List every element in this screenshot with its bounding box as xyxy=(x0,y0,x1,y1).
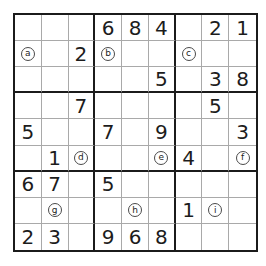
given-digit: 8 xyxy=(236,69,249,89)
cell-r4c6[interactable] xyxy=(149,93,176,119)
circled-letter-e: e xyxy=(154,151,168,165)
cell-r9c8[interactable] xyxy=(202,224,229,250)
cell-r6c3[interactable]: d xyxy=(69,146,96,172)
given-digit: 7 xyxy=(102,122,115,142)
cell-r7c5[interactable] xyxy=(122,172,149,198)
given-digit: 5 xyxy=(155,69,168,89)
cell-r3c1[interactable] xyxy=(15,67,42,93)
circled-letter-d: d xyxy=(74,151,88,165)
cell-r8c6[interactable] xyxy=(149,198,176,224)
page: 68421a2bc5387557931de4f675gh1i23968 xyxy=(0,0,266,266)
given-digit: 3 xyxy=(236,122,249,142)
cell-r6c6[interactable]: e xyxy=(149,146,176,172)
given-digit: 6 xyxy=(22,174,35,194)
cell-r7c7[interactable] xyxy=(176,172,203,198)
cell-r8c5[interactable]: h xyxy=(122,198,149,224)
cell-r8c8[interactable]: i xyxy=(202,198,229,224)
cell-r6c8[interactable] xyxy=(202,146,229,172)
cell-r2c7[interactable]: c xyxy=(176,41,203,67)
cell-r6c7[interactable]: 4 xyxy=(176,146,203,172)
cell-r1c9[interactable]: 1 xyxy=(229,15,256,41)
cell-r8c4[interactable] xyxy=(95,198,122,224)
cell-r5c4[interactable]: 7 xyxy=(95,119,122,145)
cell-r2c3[interactable]: 2 xyxy=(69,41,96,67)
cell-r9c6[interactable]: 8 xyxy=(149,224,176,250)
given-digit: 1 xyxy=(182,200,195,220)
cell-r8c3[interactable] xyxy=(69,198,96,224)
cell-r4c3[interactable]: 7 xyxy=(69,93,96,119)
cell-r9c7[interactable] xyxy=(176,224,203,250)
cell-r3c2[interactable] xyxy=(42,67,69,93)
cell-r7c2[interactable]: 7 xyxy=(42,172,69,198)
given-digit: 7 xyxy=(75,96,88,116)
cell-r3c4[interactable] xyxy=(95,67,122,93)
cell-r4c5[interactable] xyxy=(122,93,149,119)
cell-r5c9[interactable]: 3 xyxy=(229,119,256,145)
cell-r7c3[interactable] xyxy=(69,172,96,198)
cell-r3c7[interactable] xyxy=(176,67,203,93)
circled-letter-f: f xyxy=(236,151,250,165)
given-digit: 6 xyxy=(102,18,115,38)
given-digit: 1 xyxy=(48,148,61,168)
cell-r1c7[interactable] xyxy=(176,15,203,41)
cell-r7c4[interactable]: 5 xyxy=(95,172,122,198)
circled-letter-c: c xyxy=(182,47,196,61)
given-digit: 8 xyxy=(129,18,142,38)
cell-r2c9[interactable] xyxy=(229,41,256,67)
given-digit: 2 xyxy=(209,18,222,38)
cell-r9c3[interactable] xyxy=(69,224,96,250)
cell-r8c1[interactable] xyxy=(15,198,42,224)
sudoku-board: 68421a2bc5387557931de4f675gh1i23968 xyxy=(13,13,258,252)
cell-r1c6[interactable]: 4 xyxy=(149,15,176,41)
cell-r2c5[interactable] xyxy=(122,41,149,67)
cell-r1c5[interactable]: 8 xyxy=(122,15,149,41)
circled-letter-g: g xyxy=(48,203,62,217)
given-digit: 9 xyxy=(155,122,168,142)
cell-r7c1[interactable]: 6 xyxy=(15,172,42,198)
given-digit: 4 xyxy=(155,18,168,38)
cell-r1c2[interactable] xyxy=(42,15,69,41)
cell-r6c4[interactable] xyxy=(95,146,122,172)
cell-r4c9[interactable] xyxy=(229,93,256,119)
cell-r5c1[interactable]: 5 xyxy=(15,119,42,145)
cell-r9c1[interactable]: 2 xyxy=(15,224,42,250)
cell-r1c3[interactable] xyxy=(69,15,96,41)
cell-r8c2[interactable]: g xyxy=(42,198,69,224)
cell-r2c6[interactable] xyxy=(149,41,176,67)
given-digit: 2 xyxy=(75,44,88,64)
cell-r7c9[interactable] xyxy=(229,172,256,198)
cell-r9c5[interactable]: 6 xyxy=(122,224,149,250)
cell-r5c3[interactable] xyxy=(69,119,96,145)
cell-r4c7[interactable] xyxy=(176,93,203,119)
cell-r5c2[interactable] xyxy=(42,119,69,145)
given-digit: 9 xyxy=(102,227,115,247)
given-digit: 7 xyxy=(48,174,61,194)
cell-r4c4[interactable] xyxy=(95,93,122,119)
cell-r7c6[interactable] xyxy=(149,172,176,198)
cell-r6c5[interactable] xyxy=(122,146,149,172)
cell-r3c6[interactable]: 5 xyxy=(149,67,176,93)
cell-r6c2[interactable]: 1 xyxy=(42,146,69,172)
circled-letter-b: b xyxy=(101,47,115,61)
cell-r7c8[interactable] xyxy=(202,172,229,198)
cell-r2c8[interactable] xyxy=(202,41,229,67)
circled-letter-i: i xyxy=(208,203,222,217)
cell-r1c4[interactable]: 6 xyxy=(95,15,122,41)
cell-r9c2[interactable]: 3 xyxy=(42,224,69,250)
given-digit: 5 xyxy=(209,96,222,116)
cell-r3c3[interactable] xyxy=(69,67,96,93)
given-digit: 5 xyxy=(22,122,35,142)
cell-r4c1[interactable] xyxy=(15,93,42,119)
given-digit: 8 xyxy=(155,227,168,247)
cell-r8c7[interactable]: 1 xyxy=(176,198,203,224)
given-digit: 6 xyxy=(129,227,142,247)
cell-r6c1[interactable] xyxy=(15,146,42,172)
cell-r5c7[interactable] xyxy=(176,119,203,145)
given-digit: 3 xyxy=(209,69,222,89)
circled-letter-h: h xyxy=(128,203,142,217)
cell-r8c9[interactable] xyxy=(229,198,256,224)
cell-r1c8[interactable]: 2 xyxy=(202,15,229,41)
cell-r3c8[interactable]: 3 xyxy=(202,67,229,93)
cell-r4c8[interactable]: 5 xyxy=(202,93,229,119)
cell-r2c2[interactable] xyxy=(42,41,69,67)
cell-r9c9[interactable] xyxy=(229,224,256,250)
cell-r2c1[interactable]: a xyxy=(15,41,42,67)
cell-r5c5[interactable] xyxy=(122,119,149,145)
circled-letter-a: a xyxy=(21,47,35,61)
given-digit: 3 xyxy=(48,227,61,247)
cell-r4c2[interactable] xyxy=(42,93,69,119)
cell-r9c4[interactable]: 9 xyxy=(95,224,122,250)
cell-r6c9[interactable]: f xyxy=(229,146,256,172)
cell-r3c9[interactable]: 8 xyxy=(229,67,256,93)
given-digit: 1 xyxy=(236,18,249,38)
given-digit: 2 xyxy=(22,227,35,247)
cell-r5c8[interactable] xyxy=(202,119,229,145)
cell-r2c4[interactable]: b xyxy=(95,41,122,67)
given-digit: 5 xyxy=(102,174,115,194)
cell-r1c1[interactable] xyxy=(15,15,42,41)
cell-r5c6[interactable]: 9 xyxy=(149,119,176,145)
cell-r3c5[interactable] xyxy=(122,67,149,93)
given-digit: 4 xyxy=(182,148,195,168)
